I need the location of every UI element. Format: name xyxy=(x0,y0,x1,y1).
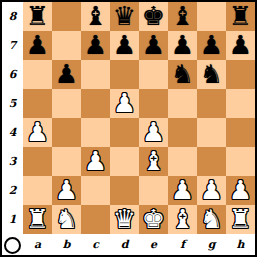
square-g1[interactable]: ♞ xyxy=(197,205,226,234)
black-pawn[interactable]: ♟ xyxy=(142,31,165,60)
square-d5[interactable]: ♟ xyxy=(110,89,139,118)
white-pawn[interactable]: ♟ xyxy=(229,176,252,205)
square-f5[interactable] xyxy=(168,89,197,118)
chess-diagram: 87654321 ♜♝♛♚♝♜♟♟♟♟♟♟♟♟♞♞♟♟♟♟♝♟♟♟♟♜♞♛♚♝♞… xyxy=(0,0,257,257)
square-f3[interactable] xyxy=(168,147,197,176)
rank-label-6: 6 xyxy=(2,60,23,89)
square-c8[interactable]: ♝ xyxy=(81,2,110,31)
square-a7[interactable]: ♟ xyxy=(23,31,52,60)
black-pawn[interactable]: ♟ xyxy=(55,60,78,89)
square-g3[interactable] xyxy=(197,147,226,176)
square-d7[interactable]: ♟ xyxy=(110,31,139,60)
white-pawn[interactable]: ♟ xyxy=(171,176,194,205)
square-g2[interactable]: ♟ xyxy=(197,176,226,205)
square-b5[interactable] xyxy=(52,89,81,118)
square-f8[interactable]: ♝ xyxy=(168,2,197,31)
square-e8[interactable]: ♚ xyxy=(139,2,168,31)
file-label-f: f xyxy=(168,234,197,255)
file-label-e: e xyxy=(139,234,168,255)
black-pawn[interactable]: ♟ xyxy=(84,31,107,60)
black-knight[interactable]: ♞ xyxy=(171,60,194,89)
square-b2[interactable]: ♟ xyxy=(52,176,81,205)
square-a2[interactable] xyxy=(23,176,52,205)
square-e7[interactable]: ♟ xyxy=(139,31,168,60)
square-h4[interactable] xyxy=(226,118,255,147)
square-h8[interactable]: ♜ xyxy=(226,2,255,31)
square-g4[interactable] xyxy=(197,118,226,147)
square-e4[interactable]: ♟ xyxy=(139,118,168,147)
black-queen[interactable]: ♛ xyxy=(113,2,136,31)
square-a3[interactable] xyxy=(23,147,52,176)
square-g5[interactable] xyxy=(197,89,226,118)
file-label-a: a xyxy=(23,234,52,255)
square-e1[interactable]: ♚ xyxy=(139,205,168,234)
white-pawn[interactable]: ♟ xyxy=(142,118,165,147)
square-b8[interactable] xyxy=(52,2,81,31)
white-pawn[interactable]: ♟ xyxy=(200,176,223,205)
file-label-d: d xyxy=(110,234,139,255)
white-pawn[interactable]: ♟ xyxy=(113,89,136,118)
square-h7[interactable]: ♟ xyxy=(226,31,255,60)
rank-label-3: 3 xyxy=(2,147,23,176)
black-pawn[interactable]: ♟ xyxy=(113,31,136,60)
black-rook[interactable]: ♜ xyxy=(26,2,49,31)
chess-board: ♜♝♛♚♝♜♟♟♟♟♟♟♟♟♞♞♟♟♟♟♝♟♟♟♟♜♞♛♚♝♞♜ xyxy=(23,2,255,234)
square-a4[interactable]: ♟ xyxy=(23,118,52,147)
square-b3[interactable] xyxy=(52,147,81,176)
white-king[interactable]: ♚ xyxy=(142,205,165,234)
square-d4[interactable] xyxy=(110,118,139,147)
square-h1[interactable]: ♜ xyxy=(226,205,255,234)
white-to-move-indicator xyxy=(4,237,21,254)
square-h3[interactable] xyxy=(226,147,255,176)
square-f2[interactable]: ♟ xyxy=(168,176,197,205)
square-h5[interactable] xyxy=(226,89,255,118)
black-rook[interactable]: ♜ xyxy=(229,2,252,31)
square-b7[interactable] xyxy=(52,31,81,60)
file-label-h: h xyxy=(226,234,255,255)
square-b1[interactable]: ♞ xyxy=(52,205,81,234)
rank-label-5: 5 xyxy=(2,89,23,118)
square-g8[interactable] xyxy=(197,2,226,31)
white-pawn[interactable]: ♟ xyxy=(84,147,107,176)
black-pawn[interactable]: ♟ xyxy=(171,31,194,60)
white-queen[interactable]: ♛ xyxy=(113,205,136,234)
rank-labels: 87654321 xyxy=(2,2,23,234)
square-a1[interactable]: ♜ xyxy=(23,205,52,234)
square-c5[interactable] xyxy=(81,89,110,118)
square-e6[interactable] xyxy=(139,60,168,89)
square-d1[interactable]: ♛ xyxy=(110,205,139,234)
square-a6[interactable] xyxy=(23,60,52,89)
rank-label-2: 2 xyxy=(2,176,23,205)
square-f1[interactable]: ♝ xyxy=(168,205,197,234)
square-e5[interactable] xyxy=(139,89,168,118)
black-bishop[interactable]: ♝ xyxy=(84,2,107,31)
square-b6[interactable]: ♟ xyxy=(52,60,81,89)
black-bishop[interactable]: ♝ xyxy=(171,2,194,31)
square-c1[interactable] xyxy=(81,205,110,234)
black-king[interactable]: ♚ xyxy=(142,2,165,31)
white-pawn[interactable]: ♟ xyxy=(26,118,49,147)
file-labels: abcdefgh xyxy=(23,234,255,255)
square-e3[interactable]: ♝ xyxy=(139,147,168,176)
file-label-b: b xyxy=(52,234,81,255)
square-c2[interactable] xyxy=(81,176,110,205)
square-c3[interactable]: ♟ xyxy=(81,147,110,176)
rank-label-8: 8 xyxy=(2,2,23,31)
white-knight[interactable]: ♞ xyxy=(55,205,78,234)
white-pawn[interactable]: ♟ xyxy=(55,176,78,205)
square-h6[interactable] xyxy=(226,60,255,89)
square-f7[interactable]: ♟ xyxy=(168,31,197,60)
white-knight[interactable]: ♞ xyxy=(200,205,223,234)
square-b4[interactable] xyxy=(52,118,81,147)
square-d3[interactable] xyxy=(110,147,139,176)
white-rook[interactable]: ♜ xyxy=(26,205,49,234)
black-pawn[interactable]: ♟ xyxy=(229,31,252,60)
file-label-c: c xyxy=(81,234,110,255)
square-e2[interactable] xyxy=(139,176,168,205)
white-rook[interactable]: ♜ xyxy=(229,205,252,234)
white-bishop[interactable]: ♝ xyxy=(171,205,194,234)
square-d2[interactable] xyxy=(110,176,139,205)
file-label-g: g xyxy=(197,234,226,255)
square-c7[interactable]: ♟ xyxy=(81,31,110,60)
black-pawn[interactable]: ♟ xyxy=(200,31,223,60)
rank-label-7: 7 xyxy=(2,31,23,60)
square-c6[interactable] xyxy=(81,60,110,89)
rank-label-4: 4 xyxy=(2,118,23,147)
black-knight[interactable]: ♞ xyxy=(200,60,223,89)
square-g6[interactable]: ♞ xyxy=(197,60,226,89)
rank-label-1: 1 xyxy=(2,205,23,234)
square-d6[interactable] xyxy=(110,60,139,89)
square-h2[interactable]: ♟ xyxy=(226,176,255,205)
black-pawn[interactable]: ♟ xyxy=(26,31,49,60)
square-f4[interactable] xyxy=(168,118,197,147)
square-g7[interactable]: ♟ xyxy=(197,31,226,60)
square-c4[interactable] xyxy=(81,118,110,147)
white-bishop[interactable]: ♝ xyxy=(142,147,165,176)
square-d8[interactable]: ♛ xyxy=(110,2,139,31)
square-a5[interactable] xyxy=(23,89,52,118)
square-a8[interactable]: ♜ xyxy=(23,2,52,31)
square-f6[interactable]: ♞ xyxy=(168,60,197,89)
